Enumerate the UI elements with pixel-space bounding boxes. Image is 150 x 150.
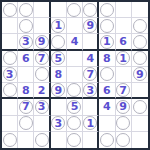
cell-r4c6[interactable]: 4 [83,51,99,67]
cell-r6c5[interactable] [67,83,83,99]
given-digit: 1 [103,36,111,47]
odd-circle-marker [116,133,130,147]
cell-r6c6[interactable]: 3 [83,83,99,99]
cell-r4c1[interactable] [2,51,18,67]
odd-circle-marker [116,116,130,130]
given-digit: 3 [6,69,14,80]
odd-circle-marker [133,51,147,65]
cell-r3c2[interactable]: 3 [18,34,34,50]
cell-r2c1[interactable] [2,18,18,34]
cell-r1c5[interactable] [67,2,83,18]
cell-r6c7[interactable]: 6 [99,83,115,99]
given-digit: 4 [71,36,79,47]
given-digit: 1 [86,118,94,129]
cell-r7c5[interactable]: 5 [67,99,83,115]
odd-circle-marker [19,116,33,130]
cell-r5c6[interactable]: 7 [83,67,99,83]
cell-r7c6[interactable] [83,99,99,115]
cell-r5c9[interactable]: 9 [132,67,148,83]
cell-r3c9[interactable] [132,34,148,50]
cell-r7c8[interactable]: 9 [116,99,132,115]
given-digit: 1 [119,53,127,64]
cell-r5c1[interactable]: 3 [2,67,18,83]
cell-r2c6[interactable]: 9 [83,18,99,34]
given-digit: 9 [86,20,94,31]
cell-r2c9[interactable] [132,18,148,34]
cell-r3c7[interactable]: 1 [99,34,115,50]
cell-r1c1[interactable] [2,2,18,18]
given-digit: 1 [54,20,62,31]
cell-r9c8[interactable] [116,132,132,148]
cell-r3c5[interactable]: 4 [67,34,83,50]
odd-circle-marker [3,133,17,147]
cell-r1c7[interactable] [99,2,115,18]
cell-r9c1[interactable] [2,132,18,148]
cell-r1c2[interactable] [18,2,34,18]
given-digit: 9 [119,101,127,112]
given-digit: 4 [86,53,94,64]
given-digit: 7 [86,69,94,80]
cell-r4c7[interactable]: 8 [99,51,115,67]
cell-r7c4[interactable] [51,99,67,115]
cell-r3c1[interactable] [2,34,18,50]
cell-r6c2[interactable]: 8 [18,83,34,99]
odd-circle-marker [100,133,114,147]
cell-r1c6[interactable] [83,2,99,18]
cell-r4c8[interactable]: 1 [116,51,132,67]
given-digit: 7 [119,85,127,96]
cell-r2c7[interactable] [99,18,115,34]
cell-r5c7[interactable] [99,67,115,83]
given-digit: 3 [54,118,62,129]
cell-r6c9[interactable] [132,83,148,99]
cell-r4c4[interactable]: 5 [51,51,67,67]
cell-r7c1[interactable] [2,99,18,115]
cell-r4c5[interactable] [67,51,83,67]
given-digit: 9 [38,36,46,47]
cell-r8c8[interactable] [116,116,132,132]
given-digit: 4 [103,101,111,112]
cell-r2c2[interactable] [18,18,34,34]
odd-circle-marker [67,83,81,97]
given-digit: 9 [136,69,144,80]
cell-r6c3[interactable]: 2 [34,83,50,99]
cell-r4c3[interactable]: 7 [34,51,50,67]
given-digit: 3 [86,85,94,96]
cell-r6c8[interactable]: 7 [116,83,132,99]
odd-circle-marker [3,83,17,97]
odd-circle-marker [35,133,49,147]
cell-r5c2[interactable] [18,67,34,83]
odd-circle-marker [100,19,114,33]
cell-r8c4[interactable]: 3 [51,116,67,132]
cell-r7c9[interactable] [132,99,148,115]
odd-circle-marker [133,19,147,33]
cell-r7c7[interactable]: 4 [99,99,115,115]
cell-r5c5[interactable] [67,67,83,83]
cell-r2c8[interactable] [116,18,132,34]
given-digit: 2 [38,85,46,96]
cell-r1c3[interactable] [34,2,50,18]
given-digit: 6 [119,36,127,47]
cell-r3c4[interactable] [51,34,67,50]
given-digit: 7 [38,53,46,64]
odd-circle-marker [35,67,49,81]
cell-r9c6[interactable] [83,132,99,148]
cell-r8c7[interactable] [99,116,115,132]
given-digit: 6 [103,85,111,96]
cell-r8c6[interactable]: 1 [83,116,99,132]
odd-circle-marker [83,3,97,17]
odd-circle-marker [67,116,81,130]
cell-r2c5[interactable] [67,18,83,34]
given-digit: 5 [54,53,62,64]
cell-r8c2[interactable] [18,116,34,132]
cell-r5c8[interactable] [116,67,132,83]
cell-r8c1[interactable] [2,116,18,132]
cell-r7c2[interactable]: 7 [18,99,34,115]
cell-r8c5[interactable] [67,116,83,132]
cell-r9c7[interactable] [99,132,115,148]
cell-r2c4[interactable]: 1 [51,18,67,34]
cell-r6c1[interactable] [2,83,18,99]
cell-r1c4[interactable] [51,2,67,18]
cell-r9c3[interactable] [34,132,50,148]
cell-r5c4[interactable]: 8 [51,67,67,83]
odd-circle-marker [51,35,65,49]
cell-r9c9[interactable] [132,132,148,148]
cell-r9c5[interactable] [67,132,83,148]
cell-r3c8[interactable]: 6 [116,34,132,50]
cell-r9c2[interactable] [18,132,34,148]
odd-circle-marker [133,100,147,114]
cell-r9c4[interactable] [51,132,67,148]
given-digit: 6 [22,53,30,64]
given-digit: 8 [54,69,62,80]
cell-r6c4[interactable]: 9 [51,83,67,99]
cell-r4c2[interactable]: 6 [18,51,34,67]
cell-r1c8[interactable] [116,2,132,18]
odd-circle-marker [67,3,81,17]
given-digit: 8 [103,53,111,64]
odd-circle-marker [19,3,33,17]
odd-circle-marker [133,35,147,49]
sudoku-board: 193941667548138798293677354931 [0,0,150,150]
cell-r2c3[interactable] [34,18,50,34]
odd-circle-marker [3,3,17,17]
given-digit: 5 [71,101,79,112]
cell-r5c3[interactable] [34,67,50,83]
cell-r8c3[interactable] [34,116,50,132]
odd-circle-marker [100,67,114,81]
given-digit: 3 [38,101,46,112]
given-digit: 3 [22,36,30,47]
given-digit: 8 [22,85,30,96]
odd-circle-marker [19,19,33,33]
cell-r3c6[interactable] [83,34,99,50]
given-digit: 7 [22,101,30,112]
cell-r8c9[interactable] [132,116,148,132]
cell-r7c3[interactable]: 3 [34,99,50,115]
cell-r1c9[interactable] [132,2,148,18]
cell-r3c3[interactable]: 9 [34,34,50,50]
odd-circle-marker [100,3,114,17]
cell-r4c9[interactable] [132,51,148,67]
given-digit: 9 [54,85,62,96]
odd-circle-marker [67,133,81,147]
odd-circle-marker [3,51,17,65]
